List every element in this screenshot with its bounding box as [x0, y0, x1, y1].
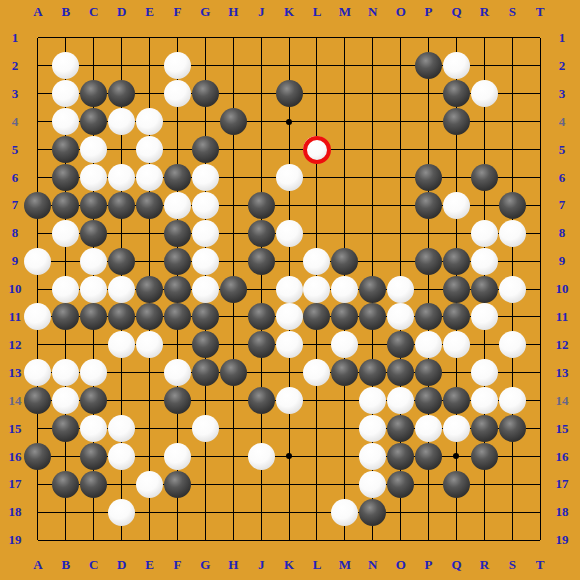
point-E16[interactable]	[136, 442, 164, 470]
point-C8[interactable]	[80, 219, 108, 247]
point-F4[interactable]	[164, 108, 192, 136]
point-Q14[interactable]	[442, 387, 470, 415]
point-E5[interactable]	[136, 136, 164, 164]
point-G8[interactable]	[191, 219, 219, 247]
point-S11[interactable]	[498, 303, 526, 331]
point-B10[interactable]	[52, 275, 80, 303]
point-S9[interactable]	[498, 247, 526, 275]
point-Q18[interactable]	[442, 498, 470, 526]
point-E2[interactable]	[136, 52, 164, 80]
point-P17[interactable]	[415, 470, 443, 498]
point-D3[interactable]	[108, 80, 136, 108]
point-M17[interactable]	[331, 470, 359, 498]
point-A17[interactable]	[24, 470, 52, 498]
point-G14[interactable]	[191, 387, 219, 415]
point-M19[interactable]	[331, 526, 359, 554]
point-O8[interactable]	[387, 219, 415, 247]
point-H9[interactable]	[219, 247, 247, 275]
point-O17[interactable]	[387, 470, 415, 498]
point-C4[interactable]	[80, 108, 108, 136]
point-J14[interactable]	[247, 387, 275, 415]
point-O11[interactable]	[387, 303, 415, 331]
point-J11[interactable]	[247, 303, 275, 331]
point-J12[interactable]	[247, 331, 275, 359]
point-A6[interactable]	[24, 164, 52, 192]
point-E15[interactable]	[136, 415, 164, 443]
point-B5[interactable]	[52, 136, 80, 164]
point-B3[interactable]	[52, 80, 80, 108]
point-Q11[interactable]	[442, 303, 470, 331]
point-E14[interactable]	[136, 387, 164, 415]
point-N1[interactable]	[359, 24, 387, 52]
point-H10[interactable]	[219, 275, 247, 303]
point-S19[interactable]	[498, 526, 526, 554]
point-K2[interactable]	[275, 52, 303, 80]
point-F16[interactable]	[164, 442, 192, 470]
point-S17[interactable]	[498, 470, 526, 498]
point-H3[interactable]	[219, 80, 247, 108]
point-B15[interactable]	[52, 415, 80, 443]
point-P4[interactable]	[415, 108, 443, 136]
point-G5[interactable]	[191, 136, 219, 164]
point-P15[interactable]	[415, 415, 443, 443]
point-L6[interactable]	[303, 164, 331, 192]
point-P9[interactable]	[415, 247, 443, 275]
point-J19[interactable]	[247, 526, 275, 554]
point-C11[interactable]	[80, 303, 108, 331]
point-S4[interactable]	[498, 108, 526, 136]
point-O9[interactable]	[387, 247, 415, 275]
point-B14[interactable]	[52, 387, 80, 415]
point-C16[interactable]	[80, 442, 108, 470]
point-L12[interactable]	[303, 331, 331, 359]
point-R9[interactable]	[470, 247, 498, 275]
point-Q2[interactable]	[442, 52, 470, 80]
point-J5[interactable]	[247, 136, 275, 164]
point-C13[interactable]	[80, 359, 108, 387]
point-C9[interactable]	[80, 247, 108, 275]
point-K9[interactable]	[275, 247, 303, 275]
point-N4[interactable]	[359, 108, 387, 136]
point-P5[interactable]	[415, 136, 443, 164]
point-Q17[interactable]	[442, 470, 470, 498]
point-G19[interactable]	[191, 526, 219, 554]
point-F7[interactable]	[164, 191, 192, 219]
point-K7[interactable]	[275, 191, 303, 219]
point-S2[interactable]	[498, 52, 526, 80]
point-A3[interactable]	[24, 80, 52, 108]
point-O13[interactable]	[387, 359, 415, 387]
point-O1[interactable]	[387, 24, 415, 52]
point-A10[interactable]	[24, 275, 52, 303]
point-F19[interactable]	[164, 526, 192, 554]
point-H7[interactable]	[219, 191, 247, 219]
point-F10[interactable]	[164, 275, 192, 303]
point-Q12[interactable]	[442, 331, 470, 359]
point-N12[interactable]	[359, 331, 387, 359]
point-M2[interactable]	[331, 52, 359, 80]
point-K11[interactable]	[275, 303, 303, 331]
point-O7[interactable]	[387, 191, 415, 219]
point-Q5[interactable]	[442, 136, 470, 164]
point-D5[interactable]	[108, 136, 136, 164]
point-J6[interactable]	[247, 164, 275, 192]
point-O2[interactable]	[387, 52, 415, 80]
point-G11[interactable]	[191, 303, 219, 331]
point-A9[interactable]	[24, 247, 52, 275]
point-P8[interactable]	[415, 219, 443, 247]
point-O19[interactable]	[387, 526, 415, 554]
point-S3[interactable]	[498, 80, 526, 108]
point-B2[interactable]	[52, 52, 80, 80]
point-B16[interactable]	[52, 442, 80, 470]
point-F14[interactable]	[164, 387, 192, 415]
point-Q15[interactable]	[442, 415, 470, 443]
point-F15[interactable]	[164, 415, 192, 443]
point-L9[interactable]	[303, 247, 331, 275]
point-M8[interactable]	[331, 219, 359, 247]
point-K3[interactable]	[275, 80, 303, 108]
point-A14[interactable]	[24, 387, 52, 415]
point-H19[interactable]	[219, 526, 247, 554]
point-D10[interactable]	[108, 275, 136, 303]
point-G9[interactable]	[191, 247, 219, 275]
point-D19[interactable]	[108, 526, 136, 554]
point-O4[interactable]	[387, 108, 415, 136]
point-D9[interactable]	[108, 247, 136, 275]
point-J13[interactable]	[247, 359, 275, 387]
point-P13[interactable]	[415, 359, 443, 387]
point-K1[interactable]	[275, 24, 303, 52]
point-N16[interactable]	[359, 442, 387, 470]
point-N18[interactable]	[359, 498, 387, 526]
point-M18[interactable]	[331, 498, 359, 526]
point-G10[interactable]	[191, 275, 219, 303]
point-R15[interactable]	[470, 415, 498, 443]
point-H6[interactable]	[219, 164, 247, 192]
point-E19[interactable]	[136, 526, 164, 554]
point-D13[interactable]	[108, 359, 136, 387]
point-N6[interactable]	[359, 164, 387, 192]
point-A18[interactable]	[24, 498, 52, 526]
point-H17[interactable]	[219, 470, 247, 498]
point-K19[interactable]	[275, 526, 303, 554]
point-O5[interactable]	[387, 136, 415, 164]
point-J3[interactable]	[247, 80, 275, 108]
point-H1[interactable]	[219, 24, 247, 52]
point-O15[interactable]	[387, 415, 415, 443]
point-M13[interactable]	[331, 359, 359, 387]
point-C2[interactable]	[80, 52, 108, 80]
point-P7[interactable]	[415, 191, 443, 219]
point-H18[interactable]	[219, 498, 247, 526]
point-B9[interactable]	[52, 247, 80, 275]
point-P2[interactable]	[415, 52, 443, 80]
point-K17[interactable]	[275, 470, 303, 498]
point-R4[interactable]	[470, 108, 498, 136]
point-S5[interactable]	[498, 136, 526, 164]
point-F9[interactable]	[164, 247, 192, 275]
point-C1[interactable]	[80, 24, 108, 52]
point-H16[interactable]	[219, 442, 247, 470]
point-R7[interactable]	[470, 191, 498, 219]
point-N13[interactable]	[359, 359, 387, 387]
point-R1[interactable]	[470, 24, 498, 52]
point-J7[interactable]	[247, 191, 275, 219]
point-E13[interactable]	[136, 359, 164, 387]
point-Q10[interactable]	[442, 275, 470, 303]
point-F6[interactable]	[164, 164, 192, 192]
point-B8[interactable]	[52, 219, 80, 247]
point-N3[interactable]	[359, 80, 387, 108]
point-D15[interactable]	[108, 415, 136, 443]
point-P6[interactable]	[415, 164, 443, 192]
point-H14[interactable]	[219, 387, 247, 415]
point-M14[interactable]	[331, 387, 359, 415]
point-K14[interactable]	[275, 387, 303, 415]
point-A13[interactable]	[24, 359, 52, 387]
point-H15[interactable]	[219, 415, 247, 443]
point-D2[interactable]	[108, 52, 136, 80]
point-G6[interactable]	[191, 164, 219, 192]
point-M7[interactable]	[331, 191, 359, 219]
point-S10[interactable]	[498, 275, 526, 303]
point-E7[interactable]	[136, 191, 164, 219]
point-K15[interactable]	[275, 415, 303, 443]
point-A2[interactable]	[24, 52, 52, 80]
point-C5[interactable]	[80, 136, 108, 164]
point-E12[interactable]	[136, 331, 164, 359]
point-H12[interactable]	[219, 331, 247, 359]
point-B12[interactable]	[52, 331, 80, 359]
point-F11[interactable]	[164, 303, 192, 331]
point-Q9[interactable]	[442, 247, 470, 275]
point-B13[interactable]	[52, 359, 80, 387]
point-O3[interactable]	[387, 80, 415, 108]
point-G18[interactable]	[191, 498, 219, 526]
point-L8[interactable]	[303, 219, 331, 247]
point-N2[interactable]	[359, 52, 387, 80]
point-R18[interactable]	[470, 498, 498, 526]
point-E3[interactable]	[136, 80, 164, 108]
point-L15[interactable]	[303, 415, 331, 443]
point-N10[interactable]	[359, 275, 387, 303]
point-F5[interactable]	[164, 136, 192, 164]
point-G3[interactable]	[191, 80, 219, 108]
point-R6[interactable]	[470, 164, 498, 192]
point-J16[interactable]	[247, 442, 275, 470]
point-O6[interactable]	[387, 164, 415, 192]
point-C12[interactable]	[80, 331, 108, 359]
point-N9[interactable]	[359, 247, 387, 275]
point-J8[interactable]	[247, 219, 275, 247]
point-S18[interactable]	[498, 498, 526, 526]
point-A11[interactable]	[24, 303, 52, 331]
point-S7[interactable]	[498, 191, 526, 219]
point-R8[interactable]	[470, 219, 498, 247]
point-K4[interactable]	[275, 108, 303, 136]
point-P19[interactable]	[415, 526, 443, 554]
point-J4[interactable]	[247, 108, 275, 136]
point-A4[interactable]	[24, 108, 52, 136]
point-A16[interactable]	[24, 442, 52, 470]
point-H5[interactable]	[219, 136, 247, 164]
point-N7[interactable]	[359, 191, 387, 219]
point-N17[interactable]	[359, 470, 387, 498]
point-R16[interactable]	[470, 442, 498, 470]
point-Q19[interactable]	[442, 526, 470, 554]
point-D8[interactable]	[108, 219, 136, 247]
point-K16[interactable]	[275, 442, 303, 470]
point-K5[interactable]	[275, 136, 303, 164]
point-K6[interactable]	[275, 164, 303, 192]
point-Q4[interactable]	[442, 108, 470, 136]
point-S15[interactable]	[498, 415, 526, 443]
point-N19[interactable]	[359, 526, 387, 554]
point-D12[interactable]	[108, 331, 136, 359]
point-M3[interactable]	[331, 80, 359, 108]
point-C6[interactable]	[80, 164, 108, 192]
point-L5[interactable]	[303, 136, 331, 164]
point-F2[interactable]	[164, 52, 192, 80]
point-H11[interactable]	[219, 303, 247, 331]
point-S1[interactable]	[498, 24, 526, 52]
point-J1[interactable]	[247, 24, 275, 52]
point-D4[interactable]	[108, 108, 136, 136]
point-Q16[interactable]	[442, 442, 470, 470]
point-E17[interactable]	[136, 470, 164, 498]
point-L10[interactable]	[303, 275, 331, 303]
point-D16[interactable]	[108, 442, 136, 470]
point-R3[interactable]	[470, 80, 498, 108]
point-L17[interactable]	[303, 470, 331, 498]
point-A1[interactable]	[24, 24, 52, 52]
point-J18[interactable]	[247, 498, 275, 526]
point-B17[interactable]	[52, 470, 80, 498]
point-K12[interactable]	[275, 331, 303, 359]
point-M15[interactable]	[331, 415, 359, 443]
point-Q8[interactable]	[442, 219, 470, 247]
point-M10[interactable]	[331, 275, 359, 303]
point-R2[interactable]	[470, 52, 498, 80]
point-R10[interactable]	[470, 275, 498, 303]
point-D1[interactable]	[108, 24, 136, 52]
point-H13[interactable]	[219, 359, 247, 387]
point-B6[interactable]	[52, 164, 80, 192]
point-E9[interactable]	[136, 247, 164, 275]
point-D14[interactable]	[108, 387, 136, 415]
point-Q3[interactable]	[442, 80, 470, 108]
point-S12[interactable]	[498, 331, 526, 359]
point-L11[interactable]	[303, 303, 331, 331]
point-L7[interactable]	[303, 191, 331, 219]
point-J15[interactable]	[247, 415, 275, 443]
point-A5[interactable]	[24, 136, 52, 164]
point-C3[interactable]	[80, 80, 108, 108]
point-F18[interactable]	[164, 498, 192, 526]
point-Q1[interactable]	[442, 24, 470, 52]
point-P12[interactable]	[415, 331, 443, 359]
point-C7[interactable]	[80, 191, 108, 219]
point-E6[interactable]	[136, 164, 164, 192]
point-G12[interactable]	[191, 331, 219, 359]
point-L18[interactable]	[303, 498, 331, 526]
point-R19[interactable]	[470, 526, 498, 554]
point-K13[interactable]	[275, 359, 303, 387]
point-C10[interactable]	[80, 275, 108, 303]
point-P18[interactable]	[415, 498, 443, 526]
point-F3[interactable]	[164, 80, 192, 108]
point-P10[interactable]	[415, 275, 443, 303]
point-L19[interactable]	[303, 526, 331, 554]
point-P16[interactable]	[415, 442, 443, 470]
point-A19[interactable]	[24, 526, 52, 554]
point-M4[interactable]	[331, 108, 359, 136]
point-G15[interactable]	[191, 415, 219, 443]
point-H4[interactable]	[219, 108, 247, 136]
point-F1[interactable]	[164, 24, 192, 52]
point-C15[interactable]	[80, 415, 108, 443]
point-B19[interactable]	[52, 526, 80, 554]
point-R11[interactable]	[470, 303, 498, 331]
point-P3[interactable]	[415, 80, 443, 108]
point-L3[interactable]	[303, 80, 331, 108]
point-R5[interactable]	[470, 136, 498, 164]
point-L2[interactable]	[303, 52, 331, 80]
point-O16[interactable]	[387, 442, 415, 470]
point-A12[interactable]	[24, 331, 52, 359]
point-E11[interactable]	[136, 303, 164, 331]
point-N8[interactable]	[359, 219, 387, 247]
point-R12[interactable]	[470, 331, 498, 359]
point-R17[interactable]	[470, 470, 498, 498]
point-G2[interactable]	[191, 52, 219, 80]
point-D7[interactable]	[108, 191, 136, 219]
point-P1[interactable]	[415, 24, 443, 52]
point-O10[interactable]	[387, 275, 415, 303]
point-L14[interactable]	[303, 387, 331, 415]
point-K10[interactable]	[275, 275, 303, 303]
point-Q13[interactable]	[442, 359, 470, 387]
point-M11[interactable]	[331, 303, 359, 331]
point-D11[interactable]	[108, 303, 136, 331]
point-R13[interactable]	[470, 359, 498, 387]
point-M1[interactable]	[331, 24, 359, 52]
point-B1[interactable]	[52, 24, 80, 52]
point-O14[interactable]	[387, 387, 415, 415]
point-L13[interactable]	[303, 359, 331, 387]
point-S6[interactable]	[498, 164, 526, 192]
point-N5[interactable]	[359, 136, 387, 164]
point-F12[interactable]	[164, 331, 192, 359]
point-N15[interactable]	[359, 415, 387, 443]
point-S14[interactable]	[498, 387, 526, 415]
point-C14[interactable]	[80, 387, 108, 415]
point-E1[interactable]	[136, 24, 164, 52]
point-S8[interactable]	[498, 219, 526, 247]
point-H2[interactable]	[219, 52, 247, 80]
point-B4[interactable]	[52, 108, 80, 136]
point-A7[interactable]	[24, 191, 52, 219]
point-N14[interactable]	[359, 387, 387, 415]
point-J10[interactable]	[247, 275, 275, 303]
point-C18[interactable]	[80, 498, 108, 526]
point-B7[interactable]	[52, 191, 80, 219]
point-S13[interactable]	[498, 359, 526, 387]
point-E4[interactable]	[136, 108, 164, 136]
point-D18[interactable]	[108, 498, 136, 526]
point-G13[interactable]	[191, 359, 219, 387]
